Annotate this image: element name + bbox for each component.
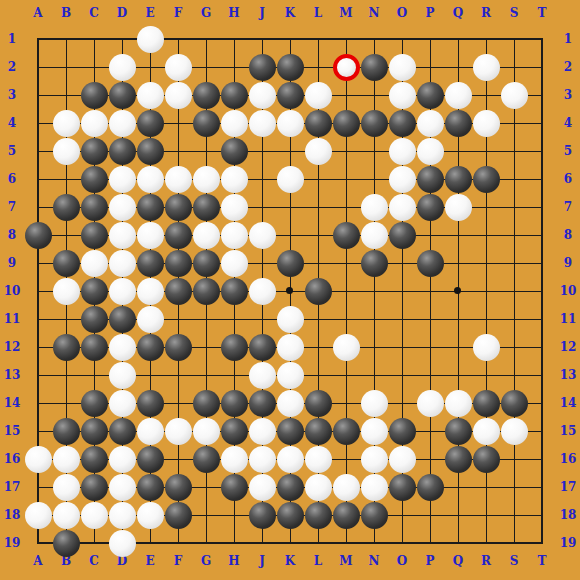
black-stone-C14[interactable] [81,390,108,417]
intersection-T10[interactable] [528,277,556,305]
intersection-B13[interactable] [52,361,80,389]
black-stone-E4[interactable] [137,110,164,137]
intersection-P8[interactable] [416,221,444,249]
intersection-D3[interactable] [108,81,136,109]
white-stone-G6[interactable] [193,166,220,193]
intersection-D10[interactable] [108,277,136,305]
black-stone-S14[interactable] [501,390,528,417]
intersection-O7[interactable] [388,193,416,221]
black-stone-O17[interactable] [389,474,416,501]
intersection-J5[interactable] [248,137,276,165]
intersection-T4[interactable] [528,109,556,137]
black-stone-E14[interactable] [137,390,164,417]
intersection-P6[interactable] [416,165,444,193]
intersection-N5[interactable] [360,137,388,165]
intersection-J1[interactable] [248,25,276,53]
black-stone-G7[interactable] [193,194,220,221]
intersection-D18[interactable] [108,501,136,529]
intersection-C11[interactable] [80,305,108,333]
intersection-R8[interactable] [472,221,500,249]
black-stone-K2[interactable] [277,54,304,81]
intersection-G11[interactable] [192,305,220,333]
white-stone-L17[interactable] [305,474,332,501]
intersection-B4[interactable] [52,109,80,137]
intersection-R17[interactable] [472,473,500,501]
white-stone-K13[interactable] [277,362,304,389]
intersection-Q15[interactable] [444,417,472,445]
intersection-A9[interactable] [24,249,52,277]
white-stone-F2[interactable] [165,54,192,81]
intersection-L2[interactable] [304,53,332,81]
black-stone-Q6[interactable] [445,166,472,193]
white-stone-B17[interactable] [53,474,80,501]
white-stone-M12[interactable] [333,334,360,361]
intersection-A3[interactable] [24,81,52,109]
white-stone-E10[interactable] [137,278,164,305]
intersection-R11[interactable] [472,305,500,333]
intersection-H6[interactable] [220,165,248,193]
intersection-O2[interactable] [388,53,416,81]
intersection-F13[interactable] [164,361,192,389]
black-stone-D11[interactable] [109,306,136,333]
white-stone-Q14[interactable] [445,390,472,417]
intersection-K5[interactable] [276,137,304,165]
intersection-G10[interactable] [192,277,220,305]
intersection-P11[interactable] [416,305,444,333]
intersection-F12[interactable] [164,333,192,361]
black-stone-J12[interactable] [249,334,276,361]
intersection-D9[interactable] [108,249,136,277]
intersection-N1[interactable] [360,25,388,53]
intersection-G4[interactable] [192,109,220,137]
intersection-S10[interactable] [500,277,528,305]
intersection-C4[interactable] [80,109,108,137]
intersection-J13[interactable] [248,361,276,389]
black-stone-C7[interactable] [81,194,108,221]
white-stone-N7[interactable] [361,194,388,221]
black-stone-C10[interactable] [81,278,108,305]
intersection-P1[interactable] [416,25,444,53]
intersection-B7[interactable] [52,193,80,221]
black-stone-K18[interactable] [277,502,304,529]
intersection-S15[interactable] [500,417,528,445]
intersection-A5[interactable] [24,137,52,165]
intersection-H11[interactable] [220,305,248,333]
black-stone-M8[interactable] [333,222,360,249]
intersection-M16[interactable] [332,445,360,473]
intersection-K15[interactable] [276,417,304,445]
intersection-C13[interactable] [80,361,108,389]
white-stone-J3[interactable] [249,82,276,109]
intersection-B3[interactable] [52,81,80,109]
intersection-J2[interactable] [248,53,276,81]
intersection-D12[interactable] [108,333,136,361]
intersection-P16[interactable] [416,445,444,473]
intersection-O18[interactable] [388,501,416,529]
intersection-S4[interactable] [500,109,528,137]
intersection-R5[interactable] [472,137,500,165]
intersection-A13[interactable] [24,361,52,389]
intersection-H9[interactable] [220,249,248,277]
intersection-C12[interactable] [80,333,108,361]
black-stone-F9[interactable] [165,250,192,277]
black-stone-N18[interactable] [361,502,388,529]
black-stone-C11[interactable] [81,306,108,333]
intersection-L10[interactable] [304,277,332,305]
intersection-K8[interactable] [276,221,304,249]
intersection-J4[interactable] [248,109,276,137]
black-stone-F10[interactable] [165,278,192,305]
intersection-M11[interactable] [332,305,360,333]
intersection-H8[interactable] [220,221,248,249]
black-stone-F18[interactable] [165,502,192,529]
intersection-Q11[interactable] [444,305,472,333]
intersection-S8[interactable] [500,221,528,249]
intersection-F8[interactable] [164,221,192,249]
intersection-D7[interactable] [108,193,136,221]
intersection-Q8[interactable] [444,221,472,249]
intersection-Q7[interactable] [444,193,472,221]
intersection-E13[interactable] [136,361,164,389]
intersection-A1[interactable] [24,25,52,53]
black-stone-C3[interactable] [81,82,108,109]
intersection-T15[interactable] [528,417,556,445]
white-stone-N8[interactable] [361,222,388,249]
intersection-O4[interactable] [388,109,416,137]
intersection-F16[interactable] [164,445,192,473]
intersection-D16[interactable] [108,445,136,473]
intersection-N4[interactable] [360,109,388,137]
intersection-M14[interactable] [332,389,360,417]
intersection-P15[interactable] [416,417,444,445]
intersection-E16[interactable] [136,445,164,473]
intersection-P10[interactable] [416,277,444,305]
intersection-J6[interactable] [248,165,276,193]
intersection-T7[interactable] [528,193,556,221]
white-stone-H4[interactable] [221,110,248,137]
intersection-D17[interactable] [108,473,136,501]
intersection-K6[interactable] [276,165,304,193]
intersection-C5[interactable] [80,137,108,165]
intersection-R16[interactable] [472,445,500,473]
white-stone-J15[interactable] [249,418,276,445]
white-stone-J16[interactable] [249,446,276,473]
intersection-T8[interactable] [528,221,556,249]
intersection-D14[interactable] [108,389,136,417]
black-stone-F8[interactable] [165,222,192,249]
intersection-Q9[interactable] [444,249,472,277]
white-stone-D9[interactable] [109,250,136,277]
black-stone-E17[interactable] [137,474,164,501]
black-stone-B15[interactable] [53,418,80,445]
intersection-D6[interactable] [108,165,136,193]
black-stone-C17[interactable] [81,474,108,501]
white-stone-E18[interactable] [137,502,164,529]
black-stone-C5[interactable] [81,138,108,165]
intersection-L17[interactable] [304,473,332,501]
black-stone-O4[interactable] [389,110,416,137]
intersection-G7[interactable] [192,193,220,221]
intersection-G16[interactable] [192,445,220,473]
intersection-N8[interactable] [360,221,388,249]
intersection-A18[interactable] [24,501,52,529]
intersection-L13[interactable] [304,361,332,389]
intersection-C16[interactable] [80,445,108,473]
intersection-E2[interactable] [136,53,164,81]
intersection-P17[interactable] [416,473,444,501]
intersection-F4[interactable] [164,109,192,137]
intersection-J15[interactable] [248,417,276,445]
intersection-J18[interactable] [248,501,276,529]
intersection-H18[interactable] [220,501,248,529]
intersection-J16[interactable] [248,445,276,473]
intersection-M1[interactable] [332,25,360,53]
intersection-C15[interactable] [80,417,108,445]
black-stone-E12[interactable] [137,334,164,361]
intersection-N2[interactable] [360,53,388,81]
intersection-H7[interactable] [220,193,248,221]
intersection-S3[interactable] [500,81,528,109]
intersection-D19[interactable] [108,529,136,557]
intersection-F2[interactable] [164,53,192,81]
intersection-T12[interactable] [528,333,556,361]
intersection-E6[interactable] [136,165,164,193]
white-stone-N16[interactable] [361,446,388,473]
intersection-D4[interactable] [108,109,136,137]
intersection-M8[interactable] [332,221,360,249]
intersection-K16[interactable] [276,445,304,473]
intersection-B5[interactable] [52,137,80,165]
intersection-E3[interactable] [136,81,164,109]
black-stone-G10[interactable] [193,278,220,305]
intersection-C2[interactable] [80,53,108,81]
intersection-G17[interactable] [192,473,220,501]
white-stone-M2-last-move[interactable] [333,54,360,81]
intersection-D1[interactable] [108,25,136,53]
white-stone-E15[interactable] [137,418,164,445]
intersection-R4[interactable] [472,109,500,137]
intersection-B14[interactable] [52,389,80,417]
white-stone-Q3[interactable] [445,82,472,109]
black-stone-Q4[interactable] [445,110,472,137]
intersection-N6[interactable] [360,165,388,193]
intersection-K13[interactable] [276,361,304,389]
intersection-O16[interactable] [388,445,416,473]
intersection-E5[interactable] [136,137,164,165]
intersection-A16[interactable] [24,445,52,473]
intersection-M5[interactable] [332,137,360,165]
intersection-C14[interactable] [80,389,108,417]
intersection-N7[interactable] [360,193,388,221]
intersection-H5[interactable] [220,137,248,165]
white-stone-O7[interactable] [389,194,416,221]
intersection-J14[interactable] [248,389,276,417]
intersection-N17[interactable] [360,473,388,501]
intersection-T2[interactable] [528,53,556,81]
intersection-P2[interactable] [416,53,444,81]
intersection-C10[interactable] [80,277,108,305]
intersection-F14[interactable] [164,389,192,417]
black-stone-C12[interactable] [81,334,108,361]
intersection-N16[interactable] [360,445,388,473]
white-stone-J17[interactable] [249,474,276,501]
intersection-G1[interactable] [192,25,220,53]
intersection-S9[interactable] [500,249,528,277]
black-stone-D3[interactable] [109,82,136,109]
intersection-K1[interactable] [276,25,304,53]
white-stone-B5[interactable] [53,138,80,165]
intersection-Q2[interactable] [444,53,472,81]
black-stone-N4[interactable] [361,110,388,137]
white-stone-O2[interactable] [389,54,416,81]
intersection-C3[interactable] [80,81,108,109]
intersection-T3[interactable] [528,81,556,109]
intersection-S11[interactable] [500,305,528,333]
black-stone-K3[interactable] [277,82,304,109]
black-stone-F17[interactable] [165,474,192,501]
intersection-S7[interactable] [500,193,528,221]
intersection-F11[interactable] [164,305,192,333]
black-stone-K17[interactable] [277,474,304,501]
black-stone-J18[interactable] [249,502,276,529]
white-stone-F15[interactable] [165,418,192,445]
intersection-P12[interactable] [416,333,444,361]
intersection-R15[interactable] [472,417,500,445]
intersection-O14[interactable] [388,389,416,417]
black-stone-P17[interactable] [417,474,444,501]
intersection-L6[interactable] [304,165,332,193]
intersection-N9[interactable] [360,249,388,277]
white-stone-D14[interactable] [109,390,136,417]
intersection-E11[interactable] [136,305,164,333]
white-stone-B16[interactable] [53,446,80,473]
white-stone-D19[interactable] [109,530,136,557]
intersection-N15[interactable] [360,417,388,445]
intersection-H10[interactable] [220,277,248,305]
intersection-G14[interactable] [192,389,220,417]
black-stone-Q15[interactable] [445,418,472,445]
black-stone-F12[interactable] [165,334,192,361]
white-stone-B10[interactable] [53,278,80,305]
intersection-G2[interactable] [192,53,220,81]
intersection-H3[interactable] [220,81,248,109]
intersection-R13[interactable] [472,361,500,389]
intersection-J17[interactable] [248,473,276,501]
intersection-T18[interactable] [528,501,556,529]
intersection-B8[interactable] [52,221,80,249]
intersection-N11[interactable] [360,305,388,333]
intersection-A12[interactable] [24,333,52,361]
intersection-O5[interactable] [388,137,416,165]
white-stone-K6[interactable] [277,166,304,193]
intersection-Q16[interactable] [444,445,472,473]
intersection-D2[interactable] [108,53,136,81]
intersection-E9[interactable] [136,249,164,277]
black-stone-P6[interactable] [417,166,444,193]
intersection-R7[interactable] [472,193,500,221]
white-stone-B18[interactable] [53,502,80,529]
intersection-E8[interactable] [136,221,164,249]
black-stone-G9[interactable] [193,250,220,277]
black-stone-B9[interactable] [53,250,80,277]
black-stone-C16[interactable] [81,446,108,473]
intersection-C8[interactable] [80,221,108,249]
white-stone-H7[interactable] [221,194,248,221]
white-stone-F3[interactable] [165,82,192,109]
intersection-R10[interactable] [472,277,500,305]
intersection-M17[interactable] [332,473,360,501]
white-stone-O5[interactable] [389,138,416,165]
white-stone-P14[interactable] [417,390,444,417]
white-stone-H9[interactable] [221,250,248,277]
intersection-L1[interactable] [304,25,332,53]
intersection-B1[interactable] [52,25,80,53]
intersection-R14[interactable] [472,389,500,417]
white-stone-O16[interactable] [389,446,416,473]
white-stone-C4[interactable] [81,110,108,137]
intersection-P14[interactable] [416,389,444,417]
intersection-D13[interactable] [108,361,136,389]
intersection-O3[interactable] [388,81,416,109]
black-stone-C8[interactable] [81,222,108,249]
intersection-G3[interactable] [192,81,220,109]
white-stone-D12[interactable] [109,334,136,361]
intersection-N12[interactable] [360,333,388,361]
white-stone-L16[interactable] [305,446,332,473]
intersection-S12[interactable] [500,333,528,361]
black-stone-H14[interactable] [221,390,248,417]
intersection-T1[interactable] [528,25,556,53]
black-stone-H12[interactable] [221,334,248,361]
intersection-A2[interactable] [24,53,52,81]
white-stone-N14[interactable] [361,390,388,417]
white-stone-K4[interactable] [277,110,304,137]
white-stone-L3[interactable] [305,82,332,109]
black-stone-A8[interactable] [25,222,52,249]
intersection-B10[interactable] [52,277,80,305]
intersection-A6[interactable] [24,165,52,193]
intersection-L9[interactable] [304,249,332,277]
intersection-J8[interactable] [248,221,276,249]
intersection-E1[interactable] [136,25,164,53]
black-stone-C15[interactable] [81,418,108,445]
intersection-D8[interactable] [108,221,136,249]
intersection-C6[interactable] [80,165,108,193]
black-stone-L15[interactable] [305,418,332,445]
intersection-L4[interactable] [304,109,332,137]
intersection-Q1[interactable] [444,25,472,53]
intersection-R2[interactable] [472,53,500,81]
black-stone-K9[interactable] [277,250,304,277]
intersection-D11[interactable] [108,305,136,333]
white-stone-H8[interactable] [221,222,248,249]
intersection-H1[interactable] [220,25,248,53]
intersection-K10[interactable] [276,277,304,305]
intersection-T11[interactable] [528,305,556,333]
black-stone-B19[interactable] [53,530,80,557]
white-stone-G8[interactable] [193,222,220,249]
black-stone-M15[interactable] [333,418,360,445]
black-stone-G14[interactable] [193,390,220,417]
intersection-E10[interactable] [136,277,164,305]
white-stone-N17[interactable] [361,474,388,501]
intersection-A11[interactable] [24,305,52,333]
intersection-A17[interactable] [24,473,52,501]
intersection-O11[interactable] [388,305,416,333]
black-stone-N9[interactable] [361,250,388,277]
intersection-O6[interactable] [388,165,416,193]
intersection-M12[interactable] [332,333,360,361]
